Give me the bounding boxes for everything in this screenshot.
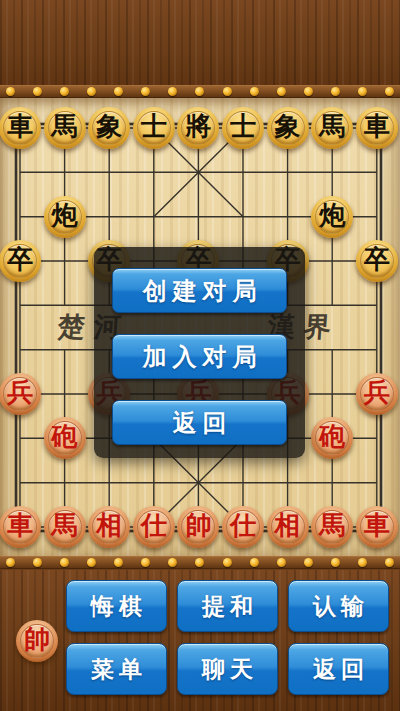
stud-icon [33,87,42,96]
piece-red-p-a3[interactable]: 兵 [0,373,41,415]
stud-icon [195,87,204,96]
chat-button[interactable]: 聊天 [177,643,278,695]
piece-face: 仕 [137,510,171,544]
piece-red-n-b0[interactable]: 馬 [44,506,86,548]
piece-red-c-b2[interactable]: 砲 [44,417,86,459]
stud-icon [114,558,123,567]
piece-face: 炮 [48,200,82,234]
piece-glyph: 車 [364,114,390,140]
piece-black-a-d9[interactable]: 士 [133,107,175,149]
piece-red-a-d0[interactable]: 仕 [133,506,175,548]
piece-black-p-a6[interactable]: 卒 [0,240,41,282]
create-game-button[interactable]: 创建对局 [112,268,287,313]
stud-icon [60,558,69,567]
stud-icon [304,87,313,96]
draw-button[interactable]: 提和 [177,580,278,632]
piece-glyph: 砲 [52,424,78,450]
stud-icon [223,87,232,96]
stud-strip-bottom [0,556,400,569]
piece-face: 相 [92,510,126,544]
piece-glyph: 車 [7,513,33,539]
piece-face: 仕 [226,510,260,544]
turn-indicator-piece: 帥 [16,620,58,662]
stud-icon [87,87,96,96]
piece-glyph: 炮 [52,203,78,229]
turn-indicator-face: 帥 [20,624,54,658]
menu-button[interactable]: 菜单 [66,643,167,695]
piece-face: 車 [360,111,394,145]
join-game-button[interactable]: 加入对局 [112,334,287,379]
stud-icon [168,87,177,96]
piece-red-r-i0[interactable]: 車 [356,506,398,548]
piece-red-a-f0[interactable]: 仕 [222,506,264,548]
piece-face: 象 [271,111,305,145]
piece-glyph: 帥 [185,513,211,539]
piece-face: 馬 [315,111,349,145]
stud-icon [250,87,259,96]
piece-black-p-i6[interactable]: 卒 [356,240,398,282]
piece-glyph: 士 [141,114,167,140]
stud-strip-top [0,85,400,98]
piece-face: 砲 [315,421,349,455]
piece-face: 卒 [3,244,37,278]
piece-black-a-f9[interactable]: 士 [222,107,264,149]
piece-face: 車 [3,111,37,145]
piece-red-p-i3[interactable]: 兵 [356,373,398,415]
piece-glyph: 相 [96,513,122,539]
stud-icon [277,87,286,96]
piece-face: 士 [137,111,171,145]
stud-icon [331,558,340,567]
piece-glyph: 象 [96,114,122,140]
piece-face: 兵 [360,377,394,411]
stud-icon [331,87,340,96]
stud-icon [195,558,204,567]
stud-icon [87,558,96,567]
piece-red-b-c0[interactable]: 相 [88,506,130,548]
piece-face: 炮 [315,200,349,234]
piece-glyph: 卒 [364,247,390,273]
bottom-panel: 帥 悔棋 提和 认输 菜单 聊天 返回 [0,570,400,711]
piece-glyph: 兵 [7,380,33,406]
bottom-button-grid: 悔棋 提和 认输 菜单 聊天 返回 [66,580,389,695]
piece-face: 帥 [181,510,215,544]
piece-glyph: 砲 [319,424,345,450]
stud-icon [304,558,313,567]
piece-face: 將 [181,111,215,145]
piece-red-b-g0[interactable]: 相 [267,506,309,548]
piece-glyph: 炮 [319,203,345,229]
game-dialog: 创建对局 加入对局 返回 [94,247,305,458]
piece-black-n-b9[interactable]: 馬 [44,107,86,149]
stud-icon [385,87,394,96]
piece-glyph: 將 [185,114,211,140]
piece-black-n-h9[interactable]: 馬 [311,107,353,149]
stud-icon [33,558,42,567]
piece-glyph: 馬 [52,114,78,140]
piece-face: 象 [92,111,126,145]
piece-glyph: 馬 [319,114,345,140]
piece-glyph: 馬 [319,513,345,539]
stud-icon [385,558,394,567]
stud-icon [223,558,232,567]
return-button[interactable]: 返回 [288,643,389,695]
piece-black-b-c9[interactable]: 象 [88,107,130,149]
piece-face: 士 [226,111,260,145]
piece-glyph: 士 [230,114,256,140]
stud-icon [358,87,367,96]
piece-black-c-h7[interactable]: 炮 [311,196,353,238]
piece-red-r-a0[interactable]: 車 [0,506,41,548]
piece-face: 砲 [48,421,82,455]
piece-face: 卒 [360,244,394,278]
piece-glyph: 卒 [7,247,33,273]
stud-icon [114,87,123,96]
piece-black-r-i9[interactable]: 車 [356,107,398,149]
piece-glyph: 車 [7,114,33,140]
piece-glyph: 相 [275,513,301,539]
piece-face: 馬 [48,510,82,544]
piece-black-c-b7[interactable]: 炮 [44,196,86,238]
piece-glyph: 馬 [52,513,78,539]
piece-glyph: 車 [364,513,390,539]
piece-red-n-h0[interactable]: 馬 [311,506,353,548]
resign-button[interactable]: 认输 [288,580,389,632]
piece-glyph: 仕 [230,513,256,539]
stud-icon [358,558,367,567]
piece-face: 相 [271,510,305,544]
piece-face: 馬 [48,111,82,145]
stud-icon [141,87,150,96]
piece-glyph: 象 [275,114,301,140]
piece-black-b-g9[interactable]: 象 [267,107,309,149]
stud-icon [250,558,259,567]
stud-icon [141,558,150,567]
piece-face: 車 [360,510,394,544]
undo-button[interactable]: 悔棋 [66,580,167,632]
stud-icon [277,558,286,567]
piece-face: 兵 [3,377,37,411]
piece-face: 馬 [315,510,349,544]
piece-glyph: 仕 [141,513,167,539]
piece-glyph: 兵 [364,380,390,406]
dialog-return-button[interactable]: 返回 [112,400,287,445]
stud-icon [60,87,69,96]
piece-face: 車 [3,510,37,544]
stud-icon [168,558,177,567]
stud-icon [6,87,15,96]
piece-black-r-a9[interactable]: 車 [0,107,41,149]
app-screen: 楚河 漢界 車馬象士將士象馬車炮炮卒卒卒卒卒兵兵兵兵兵砲砲車馬相仕帥仕相馬車 创… [0,0,400,711]
top-wood-panel [0,0,400,98]
stud-icon [6,558,15,567]
